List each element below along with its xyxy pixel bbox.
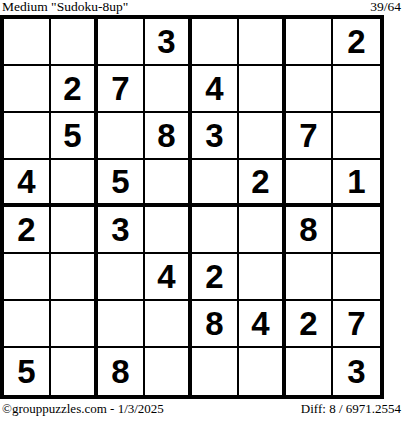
cell-r6c2[interactable] [51, 254, 98, 301]
cell-r6c3[interactable] [98, 254, 145, 301]
cell-r1c1[interactable] [4, 19, 51, 66]
cell-r1c5[interactable] [192, 19, 239, 66]
cell-r7c8: 7 [333, 301, 380, 348]
cell-r4c1: 4 [4, 160, 51, 207]
copyright-text: ©grouppuzzles.com - 1/3/2025 [2, 402, 164, 416]
cell-r1c8: 2 [333, 19, 380, 66]
cell-r8c7[interactable] [286, 348, 333, 395]
cell-r1c4: 3 [145, 19, 192, 66]
difficulty-text: Diff: 8 / 6971.2554 [301, 402, 401, 416]
cell-r6c1[interactable] [4, 254, 51, 301]
cell-r4c2[interactable] [51, 160, 98, 207]
cell-r8c5[interactable] [192, 348, 239, 395]
cell-r8c4[interactable] [145, 348, 192, 395]
cell-r4c4[interactable] [145, 160, 192, 207]
cell-r5c7: 8 [286, 207, 333, 254]
cell-r3c5: 3 [192, 113, 239, 160]
cell-r7c7: 2 [286, 301, 333, 348]
cell-r4c5[interactable] [192, 160, 239, 207]
cell-r6c4: 4 [145, 254, 192, 301]
cell-r7c5: 8 [192, 301, 239, 348]
cell-r2c1[interactable] [4, 66, 51, 113]
footer: ©grouppuzzles.com - 1/3/2025 Diff: 8 / 6… [0, 399, 403, 416]
cell-r1c2[interactable] [51, 19, 98, 66]
cell-r5c2[interactable] [51, 207, 98, 254]
cell-r3c6[interactable] [239, 113, 286, 160]
cell-r6c8[interactable] [333, 254, 380, 301]
cell-r4c7[interactable] [286, 160, 333, 207]
cell-r7c2[interactable] [51, 301, 98, 348]
cell-r4c3: 5 [98, 160, 145, 207]
cell-r6c5: 2 [192, 254, 239, 301]
cell-r3c8[interactable] [333, 113, 380, 160]
cell-r3c2: 5 [51, 113, 98, 160]
sudoku-board: 3227458374521238428427583 [0, 15, 384, 399]
cell-r2c6[interactable] [239, 66, 286, 113]
cell-r2c8[interactable] [333, 66, 380, 113]
cell-r4c6: 2 [239, 160, 286, 207]
cell-r5c5[interactable] [192, 207, 239, 254]
cell-r1c3[interactable] [98, 19, 145, 66]
cell-r3c4: 8 [145, 113, 192, 160]
cell-r4c8: 1 [333, 160, 380, 207]
cell-r6c6[interactable] [239, 254, 286, 301]
cell-r2c3: 7 [98, 66, 145, 113]
cell-r3c3[interactable] [98, 113, 145, 160]
cell-r7c3[interactable] [98, 301, 145, 348]
cell-r1c6[interactable] [239, 19, 286, 66]
cell-r2c2: 2 [51, 66, 98, 113]
cell-r8c2[interactable] [51, 348, 98, 395]
cell-r6c7[interactable] [286, 254, 333, 301]
cell-r2c5: 4 [192, 66, 239, 113]
cell-r2c7[interactable] [286, 66, 333, 113]
cell-r5c6[interactable] [239, 207, 286, 254]
cell-r8c8: 3 [333, 348, 380, 395]
puzzle-title: Medium "Sudoku-8up" [2, 0, 128, 14]
cell-r5c4[interactable] [145, 207, 192, 254]
cell-r2c4[interactable] [145, 66, 192, 113]
cell-r7c1[interactable] [4, 301, 51, 348]
cell-r8c3: 8 [98, 348, 145, 395]
sudoku-page: Medium "Sudoku-8up" 39/64 32274583745212… [0, 0, 403, 437]
cell-r5c8[interactable] [333, 207, 380, 254]
cell-r7c4[interactable] [145, 301, 192, 348]
cell-r7c6: 4 [239, 301, 286, 348]
cell-r5c3: 3 [98, 207, 145, 254]
cell-r8c6[interactable] [239, 348, 286, 395]
cell-r1c7[interactable] [286, 19, 333, 66]
cell-r8c1: 5 [4, 348, 51, 395]
cell-r3c1[interactable] [4, 113, 51, 160]
header: Medium "Sudoku-8up" 39/64 [0, 0, 403, 15]
puzzle-counter: 39/64 [370, 0, 401, 14]
cell-r3c7: 7 [286, 113, 333, 160]
cell-r5c1: 2 [4, 207, 51, 254]
